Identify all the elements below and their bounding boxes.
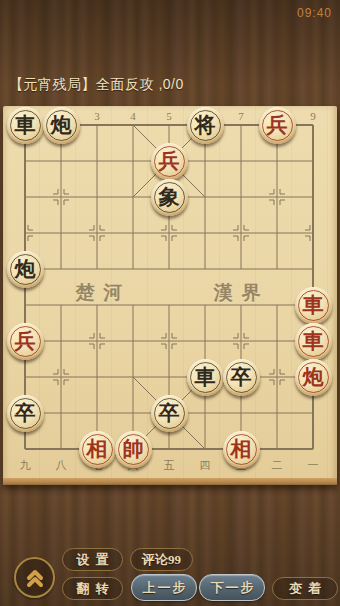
piece-glyph: 象 (159, 187, 180, 208)
piece-glyph: 兵 (159, 151, 180, 172)
previous-move-button[interactable]: 上一步 (131, 574, 197, 601)
river-text-left: 楚河 (67, 280, 132, 306)
piece-black-炮[interactable]: 炮 (43, 107, 80, 144)
piece-glyph: 車 (303, 331, 324, 352)
piece-red-車[interactable]: 車 (295, 287, 332, 324)
piece-glyph: 兵 (15, 331, 36, 352)
piece-glyph: 炮 (51, 115, 72, 136)
flip-board-button[interactable]: 翻转 (62, 577, 123, 600)
piece-red-兵[interactable]: 兵 (7, 323, 44, 360)
piece-glyph: 兵 (267, 115, 288, 136)
file-label-top: 3 (94, 110, 100, 122)
piece-black-象[interactable]: 象 (151, 179, 188, 216)
file-label-bottom: 二 (272, 458, 283, 473)
piece-black-車[interactable]: 車 (7, 107, 44, 144)
app-screen: 09:40 【元宵残局】全面反攻 ,0/0 123456789九八七六五四三二一… (0, 0, 340, 606)
file-label-bottom: 四 (200, 458, 211, 473)
piece-glyph: 卒 (159, 403, 180, 424)
piece-glyph: 相 (87, 439, 108, 460)
page-title: 【元宵残局】全面反攻 ,0/0 (9, 76, 184, 94)
expand-menu-button[interactable] (14, 557, 55, 598)
piece-glyph: 車 (15, 115, 36, 136)
piece-glyph: 卒 (15, 403, 36, 424)
piece-glyph: 車 (303, 295, 324, 316)
piece-glyph: 卒 (231, 367, 252, 388)
file-label-bottom: 一 (308, 458, 319, 473)
file-label-top: 7 (238, 110, 244, 122)
status-bar-clock: 09:40 (297, 6, 332, 20)
piece-red-兵[interactable]: 兵 (151, 143, 188, 180)
chevron-up-icon (22, 565, 48, 591)
piece-black-炮[interactable]: 炮 (7, 251, 44, 288)
comments-button[interactable]: 评论99 (130, 548, 193, 571)
piece-black-卒[interactable]: 卒 (7, 395, 44, 432)
settings-button[interactable]: 设置 (62, 548, 123, 571)
piece-black-将[interactable]: 将 (187, 107, 224, 144)
xiangqi-board[interactable]: 123456789九八七六五四三二一 楚河 漢界 車炮将兵兵象炮車兵車車卒炮卒卒… (3, 106, 337, 485)
next-move-button[interactable]: 下一步 (199, 574, 265, 601)
file-label-top: 4 (130, 110, 136, 122)
piece-red-帥[interactable]: 帥 (115, 431, 152, 468)
file-label-top: 5 (166, 110, 172, 122)
piece-black-卒[interactable]: 卒 (223, 359, 260, 396)
file-label-bottom: 八 (56, 458, 67, 473)
piece-red-炮[interactable]: 炮 (295, 359, 332, 396)
piece-glyph: 車 (195, 367, 216, 388)
piece-black-車[interactable]: 車 (187, 359, 224, 396)
file-label-top: 9 (310, 110, 316, 122)
piece-black-卒[interactable]: 卒 (151, 395, 188, 432)
variation-button[interactable]: 变着 (272, 577, 338, 600)
piece-glyph: 炮 (303, 367, 324, 388)
piece-red-車[interactable]: 車 (295, 323, 332, 360)
file-label-bottom: 五 (164, 458, 175, 473)
piece-red-相[interactable]: 相 (79, 431, 116, 468)
piece-glyph: 炮 (15, 259, 36, 280)
piece-red-兵[interactable]: 兵 (259, 107, 296, 144)
file-label-bottom: 九 (20, 458, 31, 473)
piece-red-相[interactable]: 相 (223, 431, 260, 468)
river-text-right: 漢界 (205, 280, 270, 306)
piece-glyph: 将 (195, 115, 216, 136)
piece-glyph: 帥 (123, 439, 144, 460)
piece-glyph: 相 (231, 439, 252, 460)
board-bottom-edge (3, 478, 337, 485)
